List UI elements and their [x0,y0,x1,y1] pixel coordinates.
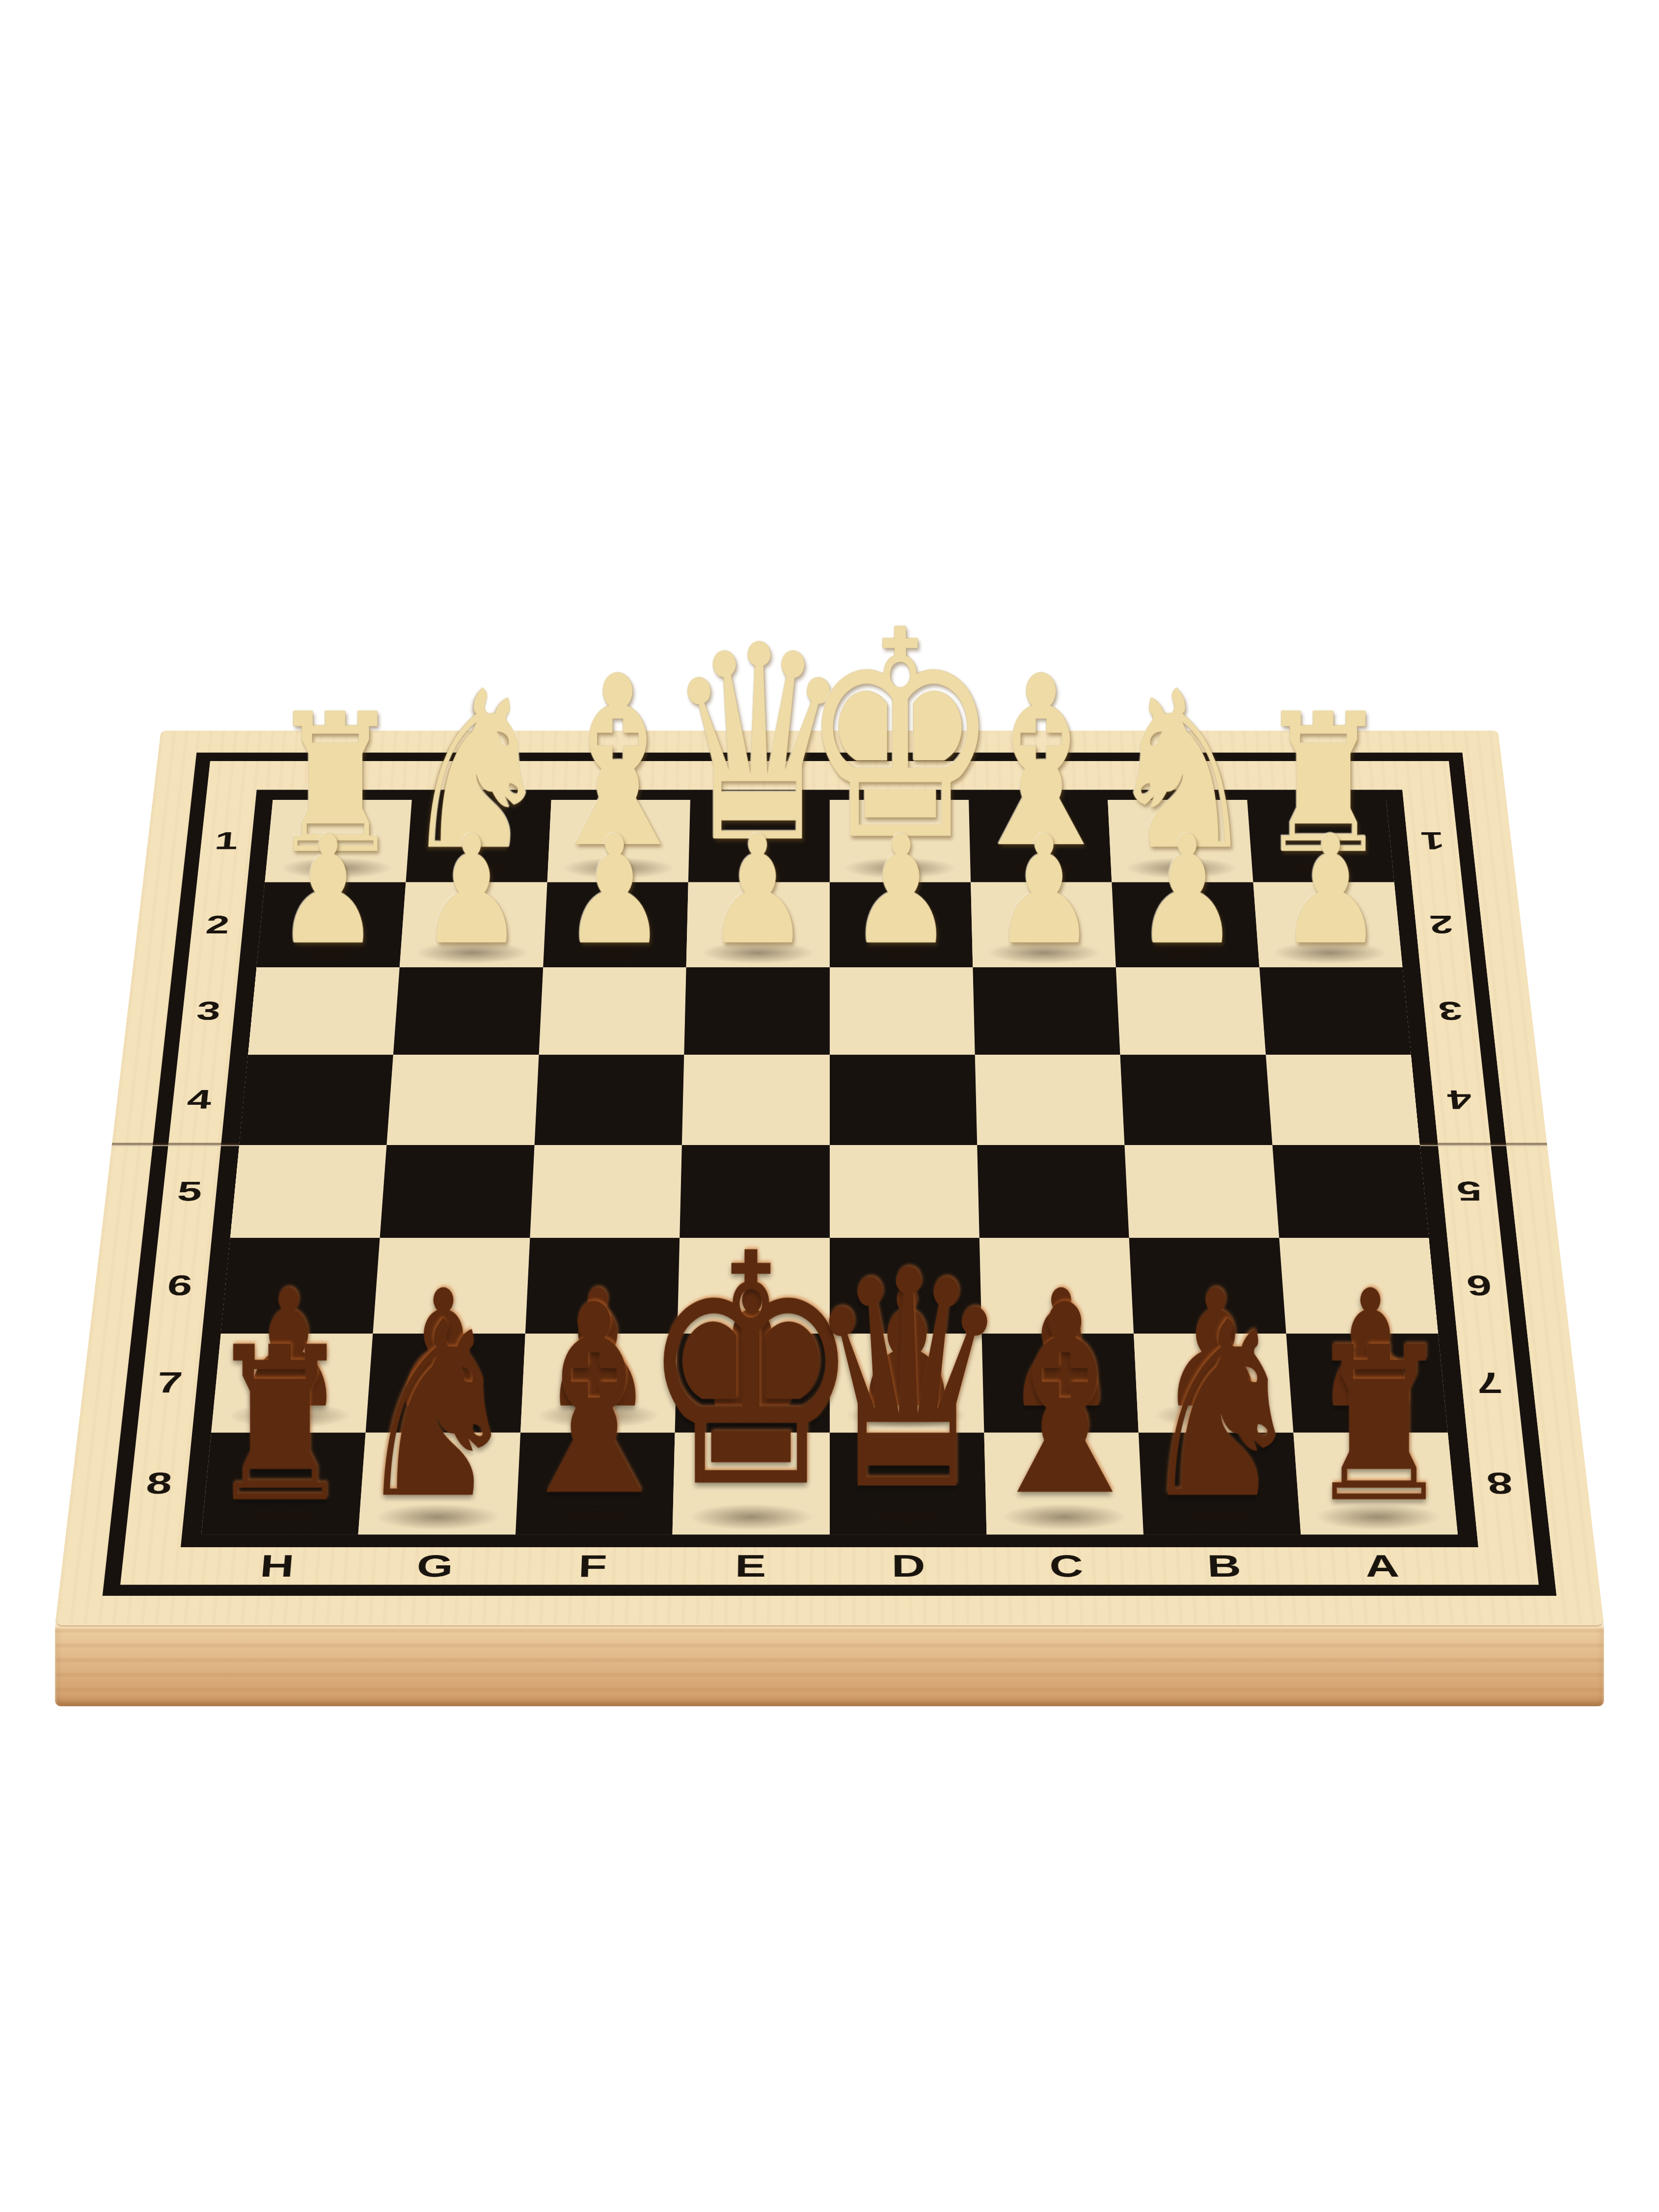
chess-board-scene: ♜♞♝♛♚♝♞♜♟♟♟♟♟♟♟♟♟♟♟♟♟♟♟♟♜♞♝♚♛♝♞♜ 1234567… [0,0,1659,2212]
piece-shadow [420,857,534,879]
square-c2: ♟ [971,882,1116,967]
square-h6 [221,1238,380,1334]
rank-label-left-1: 1 [197,800,256,882]
piece-shadow [381,1402,506,1428]
piece-shadow [843,857,956,879]
square-g7: ♟ [366,1334,525,1432]
piece-shadow [1129,942,1245,964]
square-d2: ♟ [830,882,973,967]
square-e1: ♛ [688,800,830,882]
piece-shadow [218,1503,345,1530]
square-h5 [230,1145,387,1238]
rank-label-right-4: 4 [1429,1055,1491,1145]
square-c3 [973,967,1120,1055]
square-h2: ♟ [256,882,406,967]
rank-label-right-3: 3 [1420,967,1481,1055]
piece-shadow [703,857,816,879]
square-h4 [239,1055,393,1145]
piece-shadow [1314,1503,1441,1530]
rank-label-left-3: 3 [178,967,239,1055]
square-b3 [1116,967,1266,1055]
rank-label-right-2: 2 [1412,882,1471,967]
square-e5 [680,1145,829,1238]
square-a4 [1266,1055,1420,1145]
square-b8: ♞ [1139,1433,1301,1535]
square-c5 [977,1145,1129,1238]
black-pawn-b7: ♟ [1159,1268,1273,1430]
square-e4 [682,1055,830,1145]
square-d8: ♛ [830,1433,987,1535]
square-b2: ♟ [1112,882,1259,967]
square-f4 [534,1055,684,1145]
square-b4 [1120,1055,1273,1145]
square-g8: ♞ [358,1433,520,1535]
square-f3 [539,967,686,1055]
piece-shadow [1158,1503,1285,1530]
file-label-d: D [830,1547,988,1584]
square-h7: ♟ [211,1334,373,1432]
rank-label-left-6: 6 [148,1238,212,1334]
white-bishop-f1: ♝ [536,645,700,880]
piece-shadow [1306,1402,1432,1428]
square-f8: ♝ [516,1433,675,1535]
piece-shadow [688,1503,814,1530]
square-d4 [830,1055,978,1145]
piece-shadow [536,1402,660,1428]
rank-label-left-2: 2 [188,882,247,967]
piece-shadow [1272,942,1388,964]
square-a3 [1259,967,1411,1055]
square-d1: ♚ [830,800,971,882]
file-label-g: G [354,1547,515,1584]
square-a1: ♜ [1247,800,1394,882]
square-g4 [387,1055,539,1145]
rank-label-right-5: 5 [1438,1145,1501,1238]
rank-label-right-6: 6 [1447,1238,1511,1334]
square-f5 [530,1145,682,1238]
piece-shadow [701,942,815,964]
square-e3 [684,967,829,1055]
square-b1: ♞ [1108,800,1253,882]
square-d5 [830,1145,979,1238]
square-a6 [1279,1238,1438,1334]
square-a7: ♟ [1286,1334,1448,1432]
file-label-c: C [987,1547,1146,1584]
white-bishop-c1: ♝ [959,645,1123,880]
file-label-e: E [671,1547,829,1584]
rank-label-left-8: 8 [126,1433,192,1535]
piece-shadow [1002,1503,1128,1530]
white-knight-b1: ♞ [1106,663,1258,880]
square-h1: ♜ [265,800,412,882]
white-rook-a1: ♜ [1256,689,1390,880]
file-label-f: F [513,1547,672,1584]
rank-label-right-1: 1 [1403,800,1462,882]
square-f1: ♝ [547,800,690,882]
square-g6 [373,1238,530,1334]
piece-shadow [845,1503,971,1530]
rank-label-left-5: 5 [158,1145,221,1238]
square-g1: ♞ [406,800,551,882]
square-c1: ♝ [969,800,1112,882]
rank-label-right-7: 7 [1457,1334,1522,1432]
piece-shadow [561,857,675,879]
piece-shadow [999,1402,1123,1428]
black-pawn-c7: ♟ [1005,1268,1118,1430]
black-pawn-h7: ♟ [232,1268,346,1430]
black-pawn-d7: ♟ [850,1268,964,1430]
piece-shadow [1265,857,1380,879]
piece-shadow [227,1402,353,1428]
square-f2: ♟ [543,882,688,967]
black-pawn-e7: ♟ [696,1268,809,1430]
black-pawn-g7: ♟ [386,1268,500,1430]
file-label-b: B [1144,1547,1305,1584]
square-c7: ♟ [981,1334,1139,1432]
piece-shadow [986,942,1101,964]
square-b6 [1129,1238,1286,1334]
black-pawn-f7: ♟ [541,1268,654,1430]
piece-shadow [374,1503,501,1530]
square-a2: ♟ [1253,882,1402,967]
rank-label-right-8: 8 [1467,1433,1533,1535]
square-e6 [678,1238,830,1334]
piece-shadow [557,942,672,964]
piece-shadow [531,1503,657,1530]
piece-shadow [271,942,387,964]
white-knight-g1: ♞ [401,663,553,880]
square-f6 [525,1238,680,1334]
white-queen-e1: ♛ [665,610,853,880]
piece-shadow [279,857,394,879]
square-d7: ♟ [830,1334,984,1432]
piece-shadow [845,1402,969,1428]
square-a5 [1272,1145,1429,1238]
rank-label-left-4: 4 [168,1055,230,1145]
chess-board: ♜♞♝♛♚♝♞♜♟♟♟♟♟♟♟♟♟♟♟♟♟♟♟♟♜♞♝♚♛♝♞♜ 1234567… [55,731,1604,1625]
rank-label-left-7: 7 [137,1334,202,1432]
square-b5 [1125,1145,1279,1238]
square-b7: ♟ [1134,1334,1293,1432]
square-e7: ♟ [675,1334,830,1432]
file-label-h: H [196,1547,357,1584]
square-f7: ♟ [520,1334,678,1432]
square-d3 [830,967,975,1055]
piece-shadow [844,942,958,964]
piece-shadow [984,857,1097,879]
square-h3 [248,967,400,1055]
piece-shadow [1153,1402,1278,1428]
piece-shadow [690,1402,814,1428]
file-label-a: A [1302,1547,1463,1584]
square-g3 [393,967,543,1055]
square-g2: ♟ [400,882,547,967]
board-grid: ♜♞♝♛♚♝♞♜♟♟♟♟♟♟♟♟♟♟♟♟♟♟♟♟♜♞♝♚♛♝♞♜ [201,800,1458,1534]
square-c4 [975,1055,1125,1145]
square-g5 [380,1145,534,1238]
black-knight-b8: ♞ [1138,1290,1307,1532]
square-e8: ♚ [673,1433,830,1535]
square-c8: ♝ [984,1433,1143,1535]
product-photo: ♜♞♝♛♚♝♞♜♟♟♟♟♟♟♟♟♟♟♟♟♟♟♟♟♜♞♝♚♛♝♞♜ 1234567… [0,0,1659,2212]
black-pawn-a7: ♟ [1314,1268,1427,1430]
square-a8: ♜ [1293,1433,1458,1535]
square-e2: ♟ [686,882,830,967]
white-rook-h1: ♜ [269,689,403,880]
black-knight-g8: ♞ [353,1290,522,1532]
square-c6 [979,1238,1134,1334]
piece-shadow [414,942,530,964]
square-d6 [830,1238,982,1334]
piece-shadow [1125,857,1239,879]
square-h8: ♜ [201,1433,366,1535]
